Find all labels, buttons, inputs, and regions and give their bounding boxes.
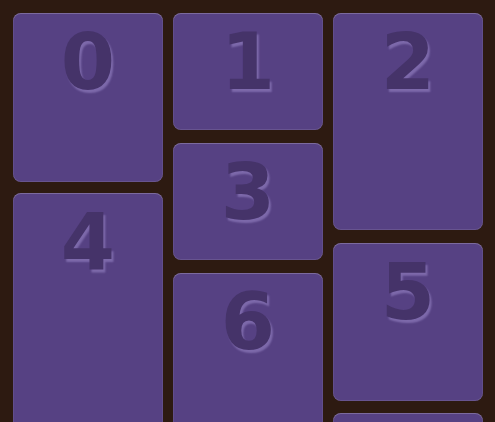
tile-number: 3: [221, 153, 275, 231]
puzzle-board: 0123456: [0, 0, 495, 422]
tile-partial[interactable]: [333, 413, 483, 422]
tile-number: 0: [61, 23, 115, 101]
tile-3[interactable]: 3: [173, 143, 323, 260]
tile-4[interactable]: 4: [13, 193, 163, 422]
tile-number: 1: [221, 23, 275, 101]
tile-1[interactable]: 1: [173, 13, 323, 130]
tile-0[interactable]: 0: [13, 13, 163, 182]
tile-number: 5: [381, 253, 435, 331]
tile-6[interactable]: 6: [173, 273, 323, 422]
tile-2[interactable]: 2: [333, 13, 483, 230]
tile-number: 4: [61, 203, 115, 281]
tile-number: 6: [221, 283, 275, 361]
tile-5[interactable]: 5: [333, 243, 483, 401]
tile-number: 2: [381, 23, 435, 101]
